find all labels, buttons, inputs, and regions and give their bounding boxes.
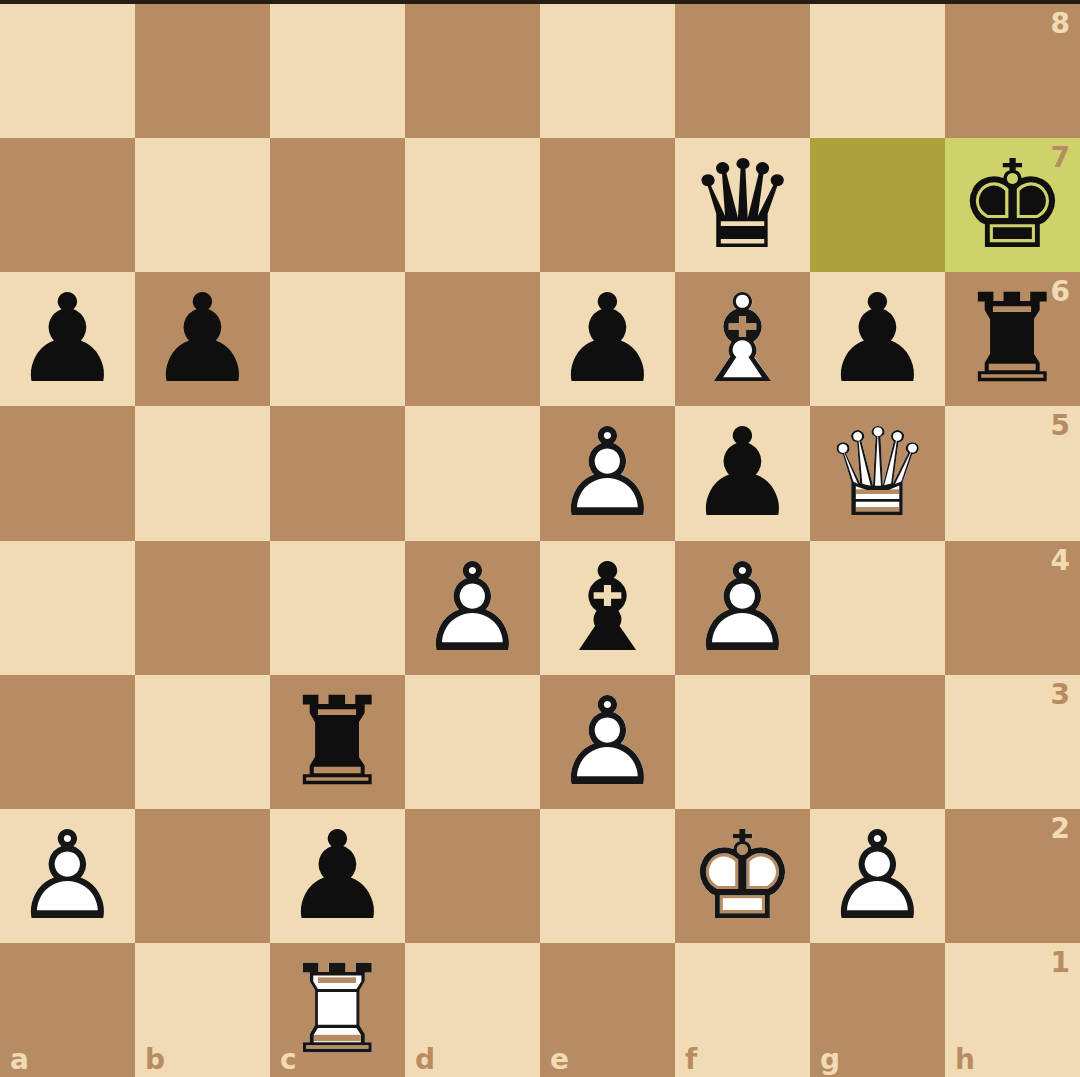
square-c4[interactable] [270, 541, 405, 675]
square-a2[interactable]: ♟♙ [0, 809, 135, 943]
black-pawn[interactable]: ♟ [540, 272, 675, 406]
file-label-d: d [415, 1046, 435, 1074]
square-a8[interactable] [0, 4, 135, 138]
square-h3[interactable]: 3 [945, 675, 1080, 809]
square-c1[interactable]: ♜♖c [270, 943, 405, 1077]
square-a3[interactable] [0, 675, 135, 809]
square-g7[interactable] [810, 138, 945, 272]
white-bishop[interactable]: ♝♗ [675, 272, 810, 406]
white-pawn[interactable]: ♟♙ [540, 675, 675, 809]
square-e4[interactable]: ♝ [540, 541, 675, 675]
square-h6[interactable]: ♜6 [945, 272, 1080, 406]
square-h4[interactable]: 4 [945, 541, 1080, 675]
square-g2[interactable]: ♟♙ [810, 809, 945, 943]
square-g4[interactable] [810, 541, 945, 675]
square-d7[interactable] [405, 138, 540, 272]
square-a6[interactable]: ♟ [0, 272, 135, 406]
square-e7[interactable] [540, 138, 675, 272]
black-queen[interactable]: ♛ [675, 138, 810, 272]
white-pawn[interactable]: ♟♙ [810, 809, 945, 943]
square-f7[interactable]: ♛ [675, 138, 810, 272]
file-label-g: g [820, 1046, 840, 1074]
square-h5[interactable]: 5 [945, 406, 1080, 540]
square-a4[interactable] [0, 541, 135, 675]
square-b7[interactable] [135, 138, 270, 272]
square-c5[interactable] [270, 406, 405, 540]
square-h8[interactable]: 8 [945, 4, 1080, 138]
square-h7[interactable]: ♚7 [945, 138, 1080, 272]
square-c6[interactable] [270, 272, 405, 406]
square-b6[interactable]: ♟ [135, 272, 270, 406]
file-label-b: b [145, 1046, 165, 1074]
square-e6[interactable]: ♟ [540, 272, 675, 406]
rank-label-6: 6 [1051, 278, 1070, 306]
square-c8[interactable] [270, 4, 405, 138]
file-label-h: h [955, 1046, 975, 1074]
white-pawn[interactable]: ♟♙ [540, 406, 675, 540]
black-pawn[interactable]: ♟ [810, 272, 945, 406]
square-e2[interactable] [540, 809, 675, 943]
black-pawn[interactable]: ♟ [675, 406, 810, 540]
file-label-e: e [550, 1046, 569, 1074]
black-bishop[interactable]: ♝ [540, 541, 675, 675]
chess-board: 8♛♚7♟♟♟♝♗♟♜6♟♙♟♛♕5♟♙♝♟♙4♜♟♙3♟♙♟♚♔♟♙2ab♜♖… [0, 4, 1080, 1077]
square-d2[interactable] [405, 809, 540, 943]
square-f8[interactable] [675, 4, 810, 138]
rank-label-7: 7 [1051, 144, 1070, 172]
square-g1[interactable]: g [810, 943, 945, 1077]
white-pawn[interactable]: ♟♙ [0, 809, 135, 943]
white-queen[interactable]: ♛♕ [810, 406, 945, 540]
rank-label-1: 1 [1051, 949, 1070, 977]
square-e8[interactable] [540, 4, 675, 138]
rank-label-2: 2 [1051, 815, 1070, 843]
square-e1[interactable]: e [540, 943, 675, 1077]
square-f6[interactable]: ♝♗ [675, 272, 810, 406]
square-h1[interactable]: h1 [945, 943, 1080, 1077]
square-f1[interactable]: f [675, 943, 810, 1077]
square-b4[interactable] [135, 541, 270, 675]
square-c2[interactable]: ♟ [270, 809, 405, 943]
square-g5[interactable]: ♛♕ [810, 406, 945, 540]
square-b8[interactable] [135, 4, 270, 138]
black-pawn[interactable]: ♟ [135, 272, 270, 406]
square-a1[interactable]: a [0, 943, 135, 1077]
square-b1[interactable]: b [135, 943, 270, 1077]
rank-label-3: 3 [1051, 681, 1070, 709]
square-b3[interactable] [135, 675, 270, 809]
square-g6[interactable]: ♟ [810, 272, 945, 406]
square-d3[interactable] [405, 675, 540, 809]
square-b5[interactable] [135, 406, 270, 540]
square-g8[interactable] [810, 4, 945, 138]
square-f3[interactable] [675, 675, 810, 809]
square-e3[interactable]: ♟♙ [540, 675, 675, 809]
file-label-f: f [685, 1046, 697, 1074]
black-rook[interactable]: ♜ [270, 675, 405, 809]
square-d4[interactable]: ♟♙ [405, 541, 540, 675]
square-g3[interactable] [810, 675, 945, 809]
square-h2[interactable]: 2 [945, 809, 1080, 943]
white-pawn[interactable]: ♟♙ [405, 541, 540, 675]
file-label-c: c [280, 1046, 297, 1074]
square-c7[interactable] [270, 138, 405, 272]
square-f5[interactable]: ♟ [675, 406, 810, 540]
square-f2[interactable]: ♚♔ [675, 809, 810, 943]
black-pawn[interactable]: ♟ [0, 272, 135, 406]
file-label-a: a [10, 1046, 29, 1074]
square-d5[interactable] [405, 406, 540, 540]
square-a7[interactable] [0, 138, 135, 272]
white-pawn[interactable]: ♟♙ [675, 541, 810, 675]
black-pawn[interactable]: ♟ [270, 809, 405, 943]
square-b2[interactable] [135, 809, 270, 943]
rank-label-8: 8 [1051, 10, 1070, 38]
rank-label-5: 5 [1051, 412, 1070, 440]
square-c3[interactable]: ♜ [270, 675, 405, 809]
square-f4[interactable]: ♟♙ [675, 541, 810, 675]
rank-label-4: 4 [1051, 547, 1070, 575]
white-king[interactable]: ♚♔ [675, 809, 810, 943]
square-d1[interactable]: d [405, 943, 540, 1077]
square-d8[interactable] [405, 4, 540, 138]
square-d6[interactable] [405, 272, 540, 406]
square-a5[interactable] [0, 406, 135, 540]
square-e5[interactable]: ♟♙ [540, 406, 675, 540]
